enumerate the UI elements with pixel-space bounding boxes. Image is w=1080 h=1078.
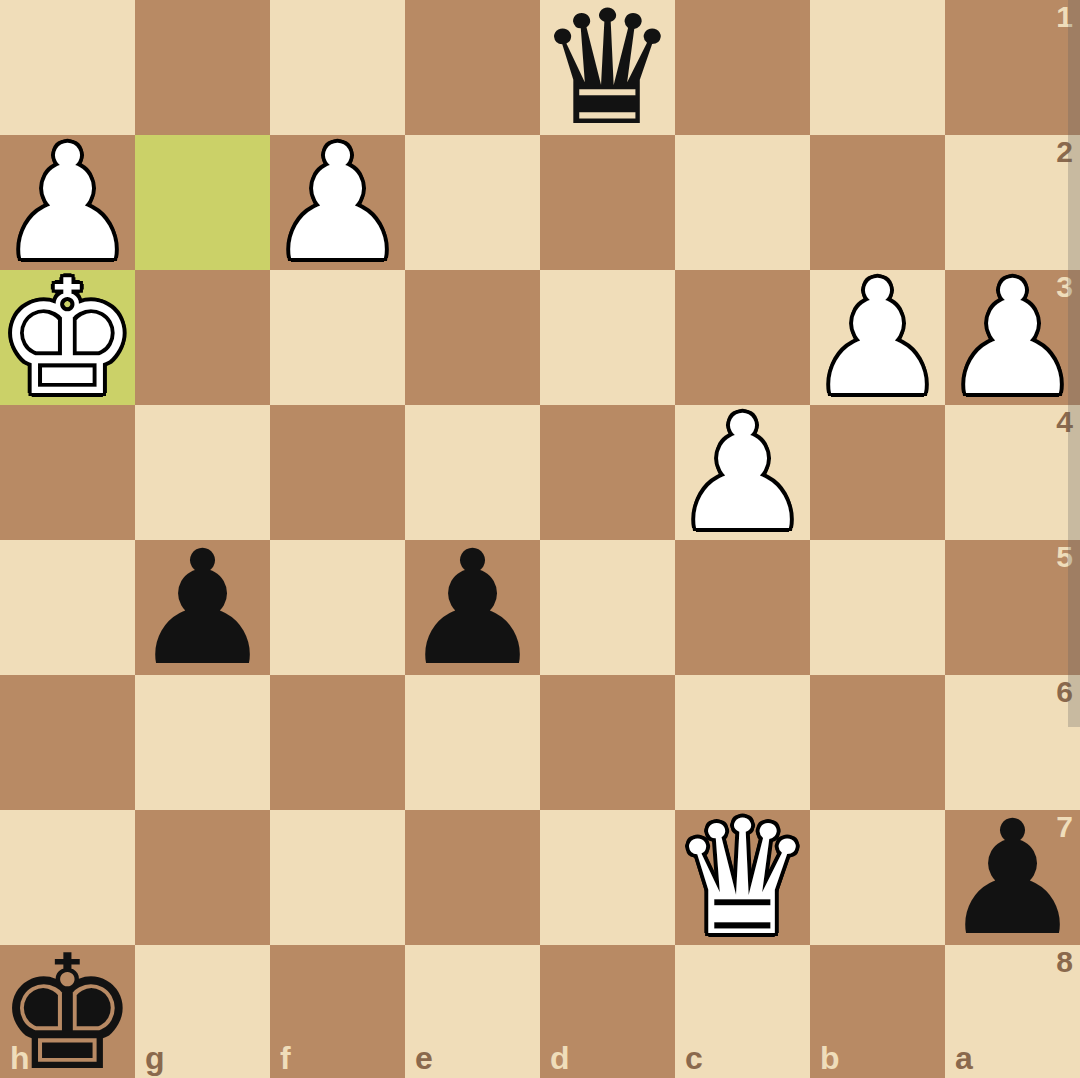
black-pawn[interactable]: ♟	[402, 516, 544, 700]
chess-board: ♛1♟♟2♚♟3♟♟4♟♟56♛7♟h♚gfedcb8a	[0, 0, 1080, 1078]
square-a3[interactable]: 3♟	[945, 270, 1080, 405]
square-f6[interactable]	[270, 675, 405, 810]
square-d1[interactable]: ♛	[540, 0, 675, 135]
square-d8[interactable]: d	[540, 945, 675, 1078]
white-pawn[interactable]: ♟	[267, 111, 409, 295]
square-d6[interactable]	[540, 675, 675, 810]
file-label-g: g	[145, 1042, 165, 1074]
square-g1[interactable]	[135, 0, 270, 135]
square-c2[interactable]	[675, 135, 810, 270]
square-b5[interactable]	[810, 540, 945, 675]
square-h8[interactable]: h♚	[0, 945, 135, 1078]
square-h6[interactable]	[0, 675, 135, 810]
file-label-e: e	[415, 1042, 433, 1074]
white-pawn[interactable]: ♟	[672, 381, 814, 565]
square-e5[interactable]: ♟	[405, 540, 540, 675]
square-c1[interactable]	[675, 0, 810, 135]
square-e8[interactable]: e	[405, 945, 540, 1078]
square-f5[interactable]	[270, 540, 405, 675]
square-h3[interactable]: ♚	[0, 270, 135, 405]
square-a7[interactable]: 7♟	[945, 810, 1080, 945]
square-h5[interactable]	[0, 540, 135, 675]
file-label-b: b	[820, 1042, 840, 1074]
file-label-a: a	[955, 1042, 973, 1074]
rank-label-8: 8	[1056, 947, 1073, 977]
scrollbar-thumb[interactable]	[1068, 0, 1080, 727]
square-g2[interactable]	[135, 135, 270, 270]
square-e1[interactable]	[405, 0, 540, 135]
square-d5[interactable]	[540, 540, 675, 675]
square-b7[interactable]	[810, 810, 945, 945]
square-g8[interactable]: g	[135, 945, 270, 1078]
square-b6[interactable]	[810, 675, 945, 810]
square-f2[interactable]: ♟	[270, 135, 405, 270]
square-f8[interactable]: f	[270, 945, 405, 1078]
square-c4[interactable]: ♟	[675, 405, 810, 540]
square-d4[interactable]	[540, 405, 675, 540]
square-a5[interactable]: 5	[945, 540, 1080, 675]
file-label-d: d	[550, 1042, 570, 1074]
square-b8[interactable]: b	[810, 945, 945, 1078]
file-label-h: h	[10, 1042, 30, 1074]
square-f4[interactable]	[270, 405, 405, 540]
square-b3[interactable]: ♟	[810, 270, 945, 405]
black-pawn[interactable]: ♟	[132, 516, 274, 700]
square-g7[interactable]	[135, 810, 270, 945]
square-g5[interactable]: ♟	[135, 540, 270, 675]
square-c7[interactable]: ♛	[675, 810, 810, 945]
white-queen[interactable]: ♛	[672, 786, 814, 970]
square-d3[interactable]	[540, 270, 675, 405]
square-a1[interactable]: 1	[945, 0, 1080, 135]
rank-label-7: 7	[1056, 812, 1073, 842]
square-b1[interactable]	[810, 0, 945, 135]
white-pawn[interactable]: ♟	[807, 246, 949, 430]
file-label-f: f	[280, 1042, 291, 1074]
square-e2[interactable]	[405, 135, 540, 270]
square-g3[interactable]	[135, 270, 270, 405]
square-e3[interactable]	[405, 270, 540, 405]
square-d7[interactable]	[540, 810, 675, 945]
file-label-c: c	[685, 1042, 703, 1074]
square-e7[interactable]	[405, 810, 540, 945]
black-queen[interactable]: ♛	[537, 0, 679, 160]
square-f7[interactable]	[270, 810, 405, 945]
white-king[interactable]: ♚	[0, 246, 138, 430]
